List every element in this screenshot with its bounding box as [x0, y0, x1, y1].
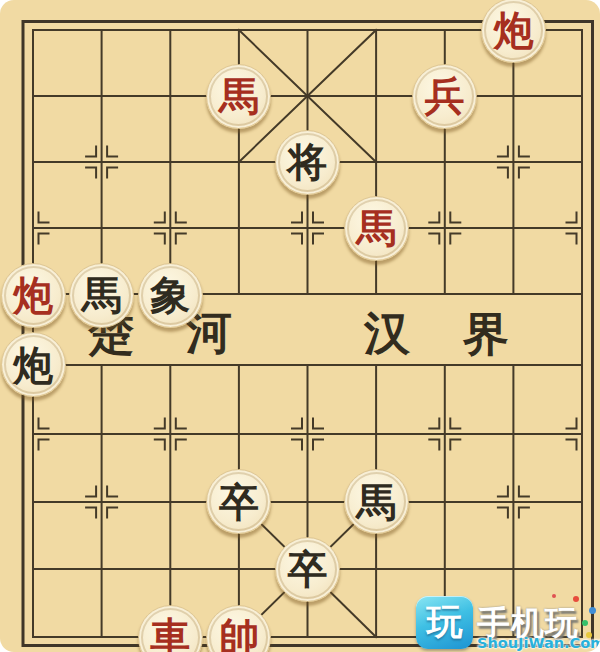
piece-black-elephant[interactable]: 象: [138, 263, 203, 328]
xiangqi-app-screenshot: 楚河汉界 炮馬兵将馬炮馬象炮卒馬卒車帥 玩 手机玩 ShouJiWan.Com: [0, 0, 600, 652]
piece-black-general[interactable]: 将: [275, 130, 340, 195]
piece-black-horse[interactable]: 馬: [69, 263, 134, 328]
piece-red-cannon[interactable]: 炮: [1, 263, 66, 328]
piece-black-soldier[interactable]: 卒: [275, 537, 340, 602]
board-grid: 炮馬兵将馬炮馬象炮卒馬卒車帥: [0, 0, 600, 652]
piece-black-cannon[interactable]: 炮: [1, 332, 66, 397]
piece-red-chariot[interactable]: 車: [138, 605, 203, 652]
piece-black-horse[interactable]: 馬: [344, 469, 409, 534]
piece-red-soldier[interactable]: 兵: [412, 64, 477, 129]
piece-black-soldier[interactable]: 卒: [206, 469, 271, 534]
piece-red-horse[interactable]: 馬: [344, 196, 409, 261]
piece-red-general[interactable]: 帥: [206, 605, 271, 652]
piece-red-horse[interactable]: 馬: [206, 64, 271, 129]
piece-red-cannon[interactable]: 炮: [481, 0, 546, 63]
